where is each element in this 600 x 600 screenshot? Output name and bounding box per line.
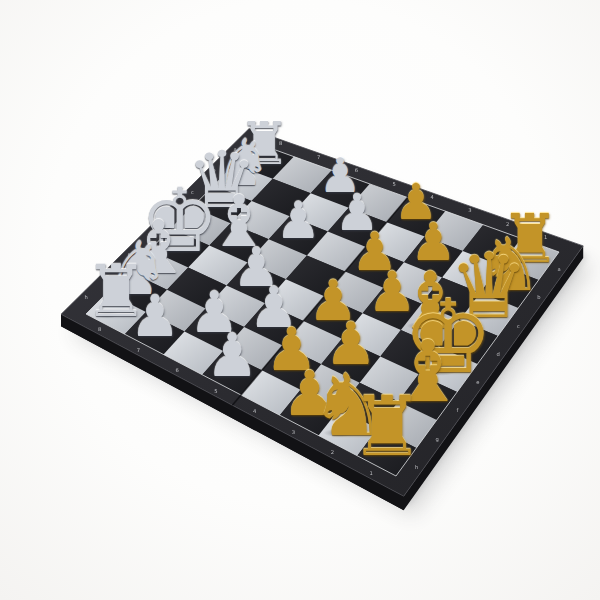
chess-set-photo: 8877665544332211aabbccddeeffgghh ♜♞♛♚♝♞♜… [0, 0, 600, 600]
coordinate-label-d: d [496, 351, 499, 357]
coordinate-label-6: 6 [176, 367, 179, 373]
gold-rook-h1[interactable]: ♜ [350, 385, 424, 468]
silver-pawn-h7[interactable]: ♟ [129, 288, 180, 345]
silver-pawn-c6[interactable]: ♟ [276, 196, 321, 247]
coordinate-label-3: 3 [468, 207, 471, 213]
silver-pawn-h5[interactable]: ♟ [205, 326, 258, 385]
coordinate-label-g: g [435, 436, 438, 443]
